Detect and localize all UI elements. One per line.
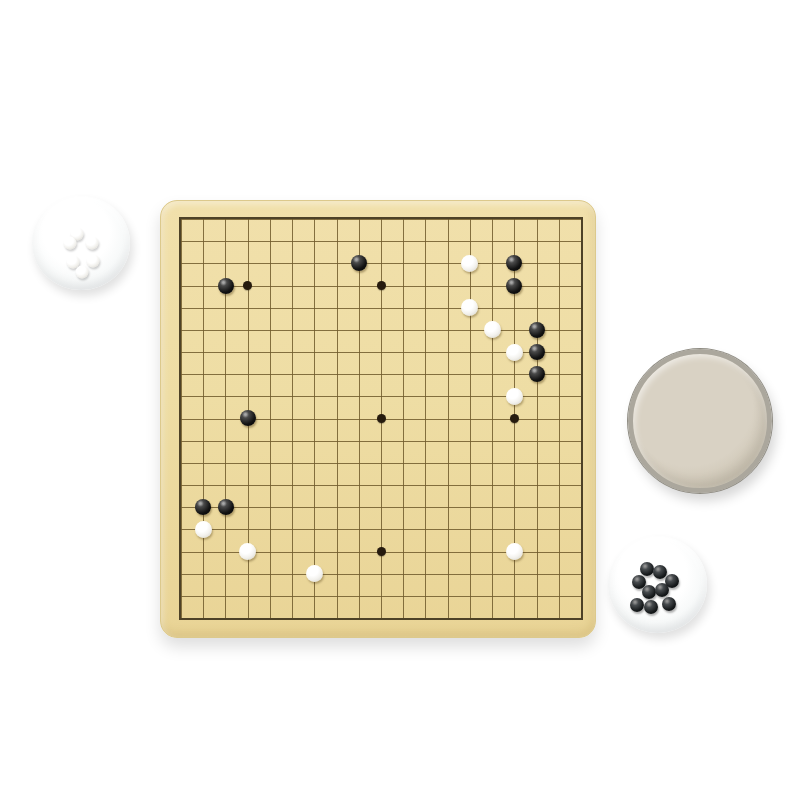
intersection[interactable] <box>548 407 570 429</box>
intersection[interactable] <box>326 496 348 518</box>
intersection[interactable] <box>237 540 259 562</box>
intersection[interactable] <box>503 363 525 385</box>
intersection[interactable] <box>259 563 281 585</box>
intersection[interactable] <box>303 585 325 607</box>
intersection[interactable] <box>259 407 281 429</box>
intersection[interactable] <box>570 430 592 452</box>
black-stone[interactable] <box>529 344 545 360</box>
intersection[interactable] <box>370 274 392 296</box>
intersection[interactable] <box>348 563 370 585</box>
intersection[interactable] <box>214 563 236 585</box>
intersection[interactable] <box>503 563 525 585</box>
intersection[interactable] <box>459 341 481 363</box>
intersection[interactable] <box>548 363 570 385</box>
intersection[interactable] <box>237 208 259 230</box>
intersection[interactable] <box>526 496 548 518</box>
black-stone[interactable] <box>506 278 522 294</box>
intersection[interactable] <box>459 607 481 629</box>
intersection[interactable] <box>459 585 481 607</box>
intersection[interactable] <box>348 319 370 341</box>
intersection[interactable] <box>570 319 592 341</box>
intersection[interactable] <box>370 563 392 585</box>
intersection[interactable] <box>503 385 525 407</box>
intersection[interactable] <box>237 563 259 585</box>
intersection[interactable] <box>459 230 481 252</box>
black-stone-in-dish[interactable] <box>655 583 669 597</box>
intersection[interactable] <box>303 496 325 518</box>
intersection[interactable] <box>526 518 548 540</box>
intersection[interactable] <box>370 452 392 474</box>
intersection[interactable] <box>214 363 236 385</box>
intersection[interactable] <box>303 230 325 252</box>
intersection[interactable] <box>192 385 214 407</box>
intersection[interactable] <box>459 452 481 474</box>
intersection[interactable] <box>237 252 259 274</box>
intersection[interactable] <box>526 319 548 341</box>
intersection[interactable] <box>548 297 570 319</box>
intersection[interactable] <box>481 297 503 319</box>
intersection[interactable] <box>370 518 392 540</box>
intersection[interactable] <box>437 341 459 363</box>
intersection[interactable] <box>348 430 370 452</box>
white-stone[interactable] <box>461 255 478 272</box>
intersection[interactable] <box>370 430 392 452</box>
intersection[interactable] <box>192 474 214 496</box>
intersection[interactable] <box>414 341 436 363</box>
intersection[interactable] <box>192 430 214 452</box>
intersection[interactable] <box>548 563 570 585</box>
intersection[interactable] <box>192 496 214 518</box>
white-stone-in-dish[interactable] <box>87 255 100 268</box>
intersection[interactable] <box>459 563 481 585</box>
intersection[interactable] <box>192 252 214 274</box>
intersection[interactable] <box>526 452 548 474</box>
intersection[interactable] <box>303 607 325 629</box>
intersection[interactable] <box>303 407 325 429</box>
intersection[interactable] <box>259 363 281 385</box>
intersection[interactable] <box>237 274 259 296</box>
intersection[interactable] <box>303 563 325 585</box>
board-grid[interactable] <box>179 217 583 620</box>
intersection[interactable] <box>437 208 459 230</box>
intersection[interactable] <box>259 430 281 452</box>
intersection[interactable] <box>303 518 325 540</box>
intersection[interactable] <box>259 319 281 341</box>
intersection[interactable] <box>570 540 592 562</box>
intersection[interactable] <box>237 452 259 474</box>
intersection[interactable] <box>326 385 348 407</box>
intersection[interactable] <box>326 252 348 274</box>
intersection[interactable] <box>214 274 236 296</box>
intersection[interactable] <box>303 252 325 274</box>
intersection[interactable] <box>414 518 436 540</box>
intersection[interactable] <box>481 607 503 629</box>
white-stone[interactable] <box>239 543 256 560</box>
intersection[interactable] <box>437 540 459 562</box>
intersection[interactable] <box>459 407 481 429</box>
intersection[interactable] <box>192 319 214 341</box>
intersection[interactable] <box>526 208 548 230</box>
intersection[interactable] <box>281 319 303 341</box>
intersection[interactable] <box>437 430 459 452</box>
intersection[interactable] <box>503 341 525 363</box>
white-stone-in-dish[interactable] <box>86 237 99 250</box>
intersection[interactable] <box>437 563 459 585</box>
white-stone[interactable] <box>461 299 478 316</box>
intersection[interactable] <box>570 474 592 496</box>
intersection[interactable] <box>259 252 281 274</box>
intersection[interactable] <box>259 452 281 474</box>
intersection[interactable] <box>481 474 503 496</box>
intersection[interactable] <box>392 607 414 629</box>
intersection[interactable] <box>459 474 481 496</box>
intersection[interactable] <box>214 319 236 341</box>
intersection[interactable] <box>503 297 525 319</box>
intersection[interactable] <box>303 540 325 562</box>
intersection[interactable] <box>348 496 370 518</box>
intersection[interactable] <box>437 474 459 496</box>
intersection[interactable] <box>548 319 570 341</box>
intersection[interactable] <box>548 607 570 629</box>
intersection[interactable] <box>214 297 236 319</box>
intersection[interactable] <box>570 341 592 363</box>
intersection[interactable] <box>414 452 436 474</box>
intersection[interactable] <box>170 518 192 540</box>
white-stone[interactable] <box>506 388 523 405</box>
intersection[interactable] <box>170 385 192 407</box>
intersection[interactable] <box>570 385 592 407</box>
intersection[interactable] <box>392 496 414 518</box>
intersection[interactable] <box>281 540 303 562</box>
intersection[interactable] <box>526 407 548 429</box>
intersection[interactable] <box>481 563 503 585</box>
intersection[interactable] <box>414 319 436 341</box>
intersection[interactable] <box>392 252 414 274</box>
intersection[interactable] <box>414 274 436 296</box>
intersection[interactable] <box>281 585 303 607</box>
intersection[interactable] <box>192 208 214 230</box>
intersection[interactable] <box>259 274 281 296</box>
intersection[interactable] <box>526 230 548 252</box>
intersection[interactable] <box>548 518 570 540</box>
intersection[interactable] <box>281 363 303 385</box>
intersection[interactable] <box>259 341 281 363</box>
intersection[interactable] <box>548 474 570 496</box>
intersection[interactable] <box>326 452 348 474</box>
intersection[interactable] <box>570 407 592 429</box>
intersection[interactable] <box>281 452 303 474</box>
intersection[interactable] <box>414 407 436 429</box>
intersection[interactable] <box>392 230 414 252</box>
intersection[interactable] <box>548 385 570 407</box>
intersection[interactable] <box>370 474 392 496</box>
white-stone[interactable] <box>306 565 323 582</box>
intersection[interactable] <box>370 297 392 319</box>
intersection[interactable] <box>526 252 548 274</box>
intersection[interactable] <box>281 341 303 363</box>
intersection[interactable] <box>303 363 325 385</box>
intersection[interactable] <box>570 607 592 629</box>
black-stone[interactable] <box>351 255 367 271</box>
black-stone[interactable] <box>506 255 522 271</box>
intersection[interactable] <box>481 274 503 296</box>
intersection[interactable] <box>192 563 214 585</box>
intersection[interactable] <box>503 496 525 518</box>
intersection[interactable] <box>348 341 370 363</box>
intersection[interactable] <box>481 540 503 562</box>
intersection[interactable] <box>481 230 503 252</box>
intersection[interactable] <box>459 518 481 540</box>
intersection[interactable] <box>214 385 236 407</box>
intersection[interactable] <box>503 252 525 274</box>
intersection[interactable] <box>570 563 592 585</box>
intersection[interactable] <box>481 430 503 452</box>
intersection[interactable] <box>392 341 414 363</box>
intersection[interactable] <box>326 341 348 363</box>
intersection[interactable] <box>281 518 303 540</box>
intersection[interactable] <box>459 363 481 385</box>
intersection[interactable] <box>259 385 281 407</box>
intersection[interactable] <box>326 518 348 540</box>
intersection[interactable] <box>526 607 548 629</box>
intersection[interactable] <box>414 607 436 629</box>
intersection[interactable] <box>481 518 503 540</box>
intersection[interactable] <box>370 585 392 607</box>
intersection[interactable] <box>481 452 503 474</box>
intersection[interactable] <box>326 230 348 252</box>
intersection[interactable] <box>259 540 281 562</box>
intersection[interactable] <box>526 297 548 319</box>
intersection[interactable] <box>170 252 192 274</box>
intersection[interactable] <box>259 607 281 629</box>
intersection[interactable] <box>503 319 525 341</box>
intersection[interactable] <box>370 230 392 252</box>
intersection[interactable] <box>370 319 392 341</box>
intersection[interactable] <box>370 540 392 562</box>
board-intersections[interactable] <box>170 208 592 629</box>
intersection[interactable] <box>192 341 214 363</box>
intersection[interactable] <box>348 585 370 607</box>
intersection[interactable] <box>326 585 348 607</box>
intersection[interactable] <box>503 585 525 607</box>
intersection[interactable] <box>437 585 459 607</box>
intersection[interactable] <box>392 319 414 341</box>
intersection[interactable] <box>503 208 525 230</box>
intersection[interactable] <box>459 319 481 341</box>
intersection[interactable] <box>459 297 481 319</box>
intersection[interactable] <box>170 452 192 474</box>
intersection[interactable] <box>526 474 548 496</box>
intersection[interactable] <box>437 452 459 474</box>
intersection[interactable] <box>170 230 192 252</box>
intersection[interactable] <box>370 607 392 629</box>
intersection[interactable] <box>192 297 214 319</box>
intersection[interactable] <box>348 274 370 296</box>
intersection[interactable] <box>570 585 592 607</box>
intersection[interactable] <box>437 496 459 518</box>
intersection[interactable] <box>237 385 259 407</box>
black-stone[interactable] <box>195 499 211 515</box>
intersection[interactable] <box>414 385 436 407</box>
intersection[interactable] <box>437 407 459 429</box>
intersection[interactable] <box>570 252 592 274</box>
intersection[interactable] <box>192 607 214 629</box>
intersection[interactable] <box>170 540 192 562</box>
intersection[interactable] <box>548 496 570 518</box>
intersection[interactable] <box>437 274 459 296</box>
intersection[interactable] <box>348 474 370 496</box>
intersection[interactable] <box>170 563 192 585</box>
intersection[interactable] <box>570 230 592 252</box>
intersection[interactable] <box>259 518 281 540</box>
intersection[interactable] <box>214 452 236 474</box>
intersection[interactable] <box>326 297 348 319</box>
intersection[interactable] <box>214 518 236 540</box>
intersection[interactable] <box>481 341 503 363</box>
intersection[interactable] <box>526 341 548 363</box>
intersection[interactable] <box>281 496 303 518</box>
intersection[interactable] <box>548 208 570 230</box>
intersection[interactable] <box>370 407 392 429</box>
intersection[interactable] <box>281 607 303 629</box>
intersection[interactable] <box>459 496 481 518</box>
black-stone[interactable] <box>529 322 545 338</box>
intersection[interactable] <box>348 230 370 252</box>
black-stone[interactable] <box>529 366 545 382</box>
intersection[interactable] <box>281 563 303 585</box>
intersection[interactable] <box>348 452 370 474</box>
intersection[interactable] <box>214 341 236 363</box>
intersection[interactable] <box>503 274 525 296</box>
intersection[interactable] <box>170 363 192 385</box>
black-stone-in-dish[interactable] <box>642 585 656 599</box>
intersection[interactable] <box>303 319 325 341</box>
intersection[interactable] <box>548 341 570 363</box>
intersection[interactable] <box>503 230 525 252</box>
intersection[interactable] <box>526 430 548 452</box>
intersection[interactable] <box>214 474 236 496</box>
intersection[interactable] <box>192 407 214 429</box>
intersection[interactable] <box>437 607 459 629</box>
intersection[interactable] <box>303 274 325 296</box>
intersection[interactable] <box>326 474 348 496</box>
intersection[interactable] <box>214 496 236 518</box>
white-stone[interactable] <box>484 321 501 338</box>
intersection[interactable] <box>392 385 414 407</box>
intersection[interactable] <box>503 540 525 562</box>
intersection[interactable] <box>326 540 348 562</box>
intersection[interactable] <box>459 430 481 452</box>
black-stone-in-dish[interactable] <box>630 598 644 612</box>
intersection[interactable] <box>481 363 503 385</box>
intersection[interactable] <box>437 518 459 540</box>
intersection[interactable] <box>437 363 459 385</box>
intersection[interactable] <box>259 474 281 496</box>
intersection[interactable] <box>414 540 436 562</box>
intersection[interactable] <box>526 585 548 607</box>
white-stone[interactable] <box>195 521 212 538</box>
intersection[interactable] <box>281 407 303 429</box>
intersection[interactable] <box>303 208 325 230</box>
intersection[interactable] <box>370 385 392 407</box>
intersection[interactable] <box>481 252 503 274</box>
intersection[interactable] <box>503 607 525 629</box>
black-stone-in-dish[interactable] <box>662 597 676 611</box>
intersection[interactable] <box>459 385 481 407</box>
intersection[interactable] <box>214 607 236 629</box>
intersection[interactable] <box>526 274 548 296</box>
black-stone[interactable] <box>218 278 234 294</box>
intersection[interactable] <box>303 385 325 407</box>
intersection[interactable] <box>170 341 192 363</box>
intersection[interactable] <box>570 518 592 540</box>
intersection[interactable] <box>526 563 548 585</box>
intersection[interactable] <box>237 430 259 452</box>
intersection[interactable] <box>348 363 370 385</box>
black-stone-dish[interactable] <box>608 536 707 633</box>
intersection[interactable] <box>259 230 281 252</box>
intersection[interactable] <box>237 363 259 385</box>
intersection[interactable] <box>459 208 481 230</box>
intersection[interactable] <box>259 496 281 518</box>
intersection[interactable] <box>481 585 503 607</box>
intersection[interactable] <box>481 385 503 407</box>
intersection[interactable] <box>170 585 192 607</box>
intersection[interactable] <box>370 208 392 230</box>
intersection[interactable] <box>281 230 303 252</box>
intersection[interactable] <box>303 297 325 319</box>
intersection[interactable] <box>237 297 259 319</box>
intersection[interactable] <box>570 452 592 474</box>
intersection[interactable] <box>326 430 348 452</box>
black-stone[interactable] <box>240 410 256 426</box>
intersection[interactable] <box>214 585 236 607</box>
intersection[interactable] <box>392 563 414 585</box>
intersection[interactable] <box>392 585 414 607</box>
intersection[interactable] <box>437 252 459 274</box>
intersection[interactable] <box>370 363 392 385</box>
intersection[interactable] <box>548 540 570 562</box>
intersection[interactable] <box>170 319 192 341</box>
intersection[interactable] <box>481 208 503 230</box>
intersection[interactable] <box>570 297 592 319</box>
intersection[interactable] <box>548 585 570 607</box>
intersection[interactable] <box>303 474 325 496</box>
intersection[interactable] <box>170 430 192 452</box>
intersection[interactable] <box>370 496 392 518</box>
intersection[interactable] <box>348 540 370 562</box>
intersection[interactable] <box>503 452 525 474</box>
intersection[interactable] <box>326 208 348 230</box>
intersection[interactable] <box>237 341 259 363</box>
intersection[interactable] <box>392 407 414 429</box>
white-stone[interactable] <box>506 344 523 361</box>
intersection[interactable] <box>481 407 503 429</box>
intersection[interactable] <box>548 430 570 452</box>
intersection[interactable] <box>414 563 436 585</box>
black-stone-in-dish[interactable] <box>644 600 658 614</box>
intersection[interactable] <box>348 297 370 319</box>
intersection[interactable] <box>348 518 370 540</box>
intersection[interactable] <box>414 230 436 252</box>
intersection[interactable] <box>414 208 436 230</box>
intersection[interactable] <box>170 607 192 629</box>
intersection[interactable] <box>437 230 459 252</box>
intersection[interactable] <box>392 452 414 474</box>
intersection[interactable] <box>214 230 236 252</box>
intersection[interactable] <box>281 297 303 319</box>
intersection[interactable] <box>392 297 414 319</box>
